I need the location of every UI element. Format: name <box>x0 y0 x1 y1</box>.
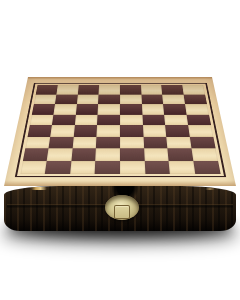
square-f8 <box>141 85 163 94</box>
square-c1 <box>70 161 96 174</box>
square-b3 <box>49 137 74 149</box>
square-d4 <box>97 125 120 136</box>
square-e3 <box>120 137 144 149</box>
square-g4 <box>165 125 189 136</box>
square-c2 <box>71 148 96 160</box>
square-d8 <box>99 85 120 94</box>
chess-box-photo <box>0 0 240 300</box>
square-f1 <box>144 161 170 174</box>
square-g2 <box>168 148 194 160</box>
square-f4 <box>143 125 167 136</box>
square-b4 <box>50 125 74 136</box>
square-g7 <box>162 94 185 104</box>
square-a5 <box>29 114 53 125</box>
square-e7 <box>120 94 142 104</box>
brass-clasp <box>105 195 139 220</box>
brass-glint-right <box>205 188 215 190</box>
box-lid-top <box>4 77 236 186</box>
square-h6 <box>185 104 209 114</box>
square-f6 <box>142 104 165 114</box>
square-c3 <box>72 137 96 149</box>
clasp-latch-plate <box>114 205 130 219</box>
square-c7 <box>77 94 99 104</box>
square-e6 <box>120 104 142 114</box>
square-h4 <box>188 125 213 136</box>
square-f7 <box>141 94 163 104</box>
square-g8 <box>161 85 183 94</box>
square-b1 <box>45 161 71 174</box>
square-a8 <box>35 85 58 94</box>
square-a6 <box>31 104 55 114</box>
brass-glint-left <box>31 187 47 190</box>
square-g6 <box>163 104 186 114</box>
square-f5 <box>142 114 165 125</box>
square-f2 <box>144 148 169 160</box>
square-e2 <box>120 148 144 160</box>
square-e8 <box>120 85 141 94</box>
square-f3 <box>143 137 167 149</box>
square-a1 <box>20 161 47 174</box>
square-d5 <box>97 114 120 125</box>
square-e1 <box>120 161 145 174</box>
square-d1 <box>95 161 120 174</box>
square-g3 <box>166 137 191 149</box>
square-b6 <box>54 104 77 114</box>
square-a4 <box>27 125 52 136</box>
square-h5 <box>186 114 210 125</box>
square-c5 <box>75 114 98 125</box>
square-d6 <box>98 104 120 114</box>
square-d7 <box>98 94 120 104</box>
square-h3 <box>190 137 216 149</box>
square-c8 <box>78 85 100 94</box>
square-b7 <box>55 94 78 104</box>
square-c6 <box>76 104 99 114</box>
square-e5 <box>120 114 143 125</box>
box-front-face <box>4 186 236 231</box>
square-e4 <box>120 125 143 136</box>
square-h2 <box>191 148 217 160</box>
square-a3 <box>25 137 51 149</box>
board-grid <box>20 85 220 174</box>
square-a2 <box>22 148 48 160</box>
square-a7 <box>33 94 56 104</box>
square-d3 <box>96 137 120 149</box>
square-h8 <box>182 85 205 94</box>
square-c4 <box>74 125 98 136</box>
board-inlay-frame <box>14 83 225 178</box>
square-h1 <box>193 161 220 174</box>
square-g5 <box>164 114 188 125</box>
square-b8 <box>57 85 79 94</box>
square-g1 <box>169 161 195 174</box>
square-b5 <box>52 114 76 125</box>
square-d2 <box>96 148 120 160</box>
square-h7 <box>183 94 206 104</box>
square-b2 <box>47 148 73 160</box>
